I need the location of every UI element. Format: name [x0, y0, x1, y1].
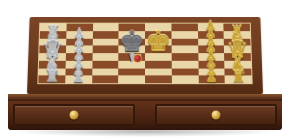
- square-e1[interactable]: [145, 76, 172, 84]
- gold-rook-h1[interactable]: ♜: [230, 69, 246, 84]
- square-c2[interactable]: [92, 68, 119, 76]
- square-f4[interactable]: [171, 53, 198, 60]
- square-c4[interactable]: [92, 53, 119, 60]
- red-maker-tag: [133, 54, 142, 63]
- left-drawer[interactable]: [13, 104, 135, 126]
- square-f2[interactable]: [172, 68, 199, 76]
- chess-board: ♟♜♟♟♜♞♟♟♞♝♟♚♚♟♝♛♟♟♟♛♝♟♟♝♞♟♟♞♜♟♟♜: [27, 17, 263, 94]
- case-front: [8, 101, 282, 130]
- square-c3[interactable]: [92, 61, 119, 68]
- chess-set-photo: ♟♜♟♟♜♞♟♟♞♝♟♚♚♟♝♛♟♟♟♛♝♟♟♝♞♟♟♞♜♟♟♜: [0, 0, 290, 139]
- right-drawer-knob[interactable]: [212, 111, 221, 120]
- gold-pawn-g1[interactable]: ♟: [205, 72, 218, 84]
- square-e3[interactable]: [145, 61, 172, 68]
- square-d1[interactable]: [118, 76, 145, 84]
- wooden-case: [8, 94, 282, 130]
- square-f3[interactable]: [171, 61, 198, 68]
- square-c1[interactable]: [92, 76, 119, 84]
- square-f5[interactable]: [171, 46, 197, 53]
- square-b1[interactable]: ♟: [65, 76, 92, 84]
- square-c8[interactable]: [92, 24, 118, 31]
- case-top-edge: [8, 94, 282, 101]
- square-f8[interactable]: [171, 24, 197, 31]
- square-e5[interactable]: ♚: [145, 46, 171, 53]
- silver-pawn-b1[interactable]: ♟: [72, 72, 85, 84]
- square-c7[interactable]: [92, 31, 118, 38]
- square-e2[interactable]: [145, 68, 172, 76]
- square-f7[interactable]: [171, 31, 197, 38]
- square-f6[interactable]: [171, 38, 197, 45]
- square-f1[interactable]: [172, 76, 199, 84]
- square-d2[interactable]: [118, 68, 145, 76]
- right-drawer[interactable]: [155, 104, 277, 126]
- square-c6[interactable]: [92, 38, 118, 45]
- square-g1[interactable]: ♟: [198, 76, 225, 84]
- board-grid: ♟♜♟♟♜♞♟♟♞♝♟♚♚♟♝♛♟♟♟♛♝♟♟♝♞♟♟♞♜♟♟♜: [38, 24, 251, 84]
- square-c5[interactable]: [92, 46, 118, 53]
- left-drawer-knob[interactable]: [70, 111, 79, 120]
- board-inlay-border: ♟♜♟♟♜♞♟♟♞♝♟♚♚♟♝♛♟♟♟♛♝♟♟♝♞♟♟♞♜♟♟♜: [37, 23, 252, 85]
- silver-rook-a1[interactable]: ♜: [44, 69, 60, 84]
- gold-king-e5[interactable]: ♚: [145, 28, 172, 54]
